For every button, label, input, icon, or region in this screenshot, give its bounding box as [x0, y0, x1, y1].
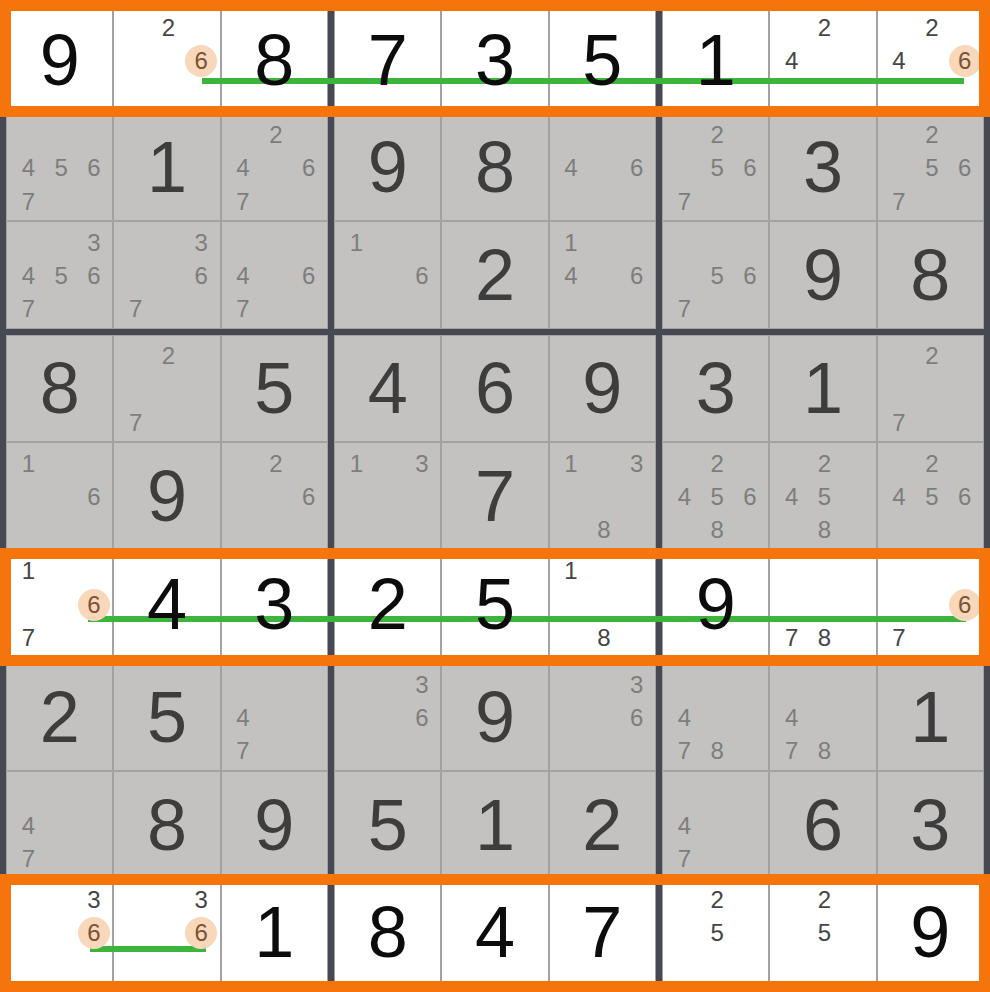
candidate-7: 7 [119, 406, 152, 439]
candidate-empty [45, 514, 78, 547]
candidate-empty [152, 226, 185, 259]
cell-r7c9[interactable]: 1 [877, 663, 984, 771]
candidate-empty [373, 292, 406, 325]
pencil-marks: 24 [775, 11, 873, 111]
cell-r8c4[interactable]: 5 [334, 771, 441, 879]
candidate-empty [12, 514, 45, 547]
candidate-empty [373, 226, 406, 259]
pencil-marks: 478 [668, 668, 766, 768]
pencil-marks: 25 [668, 883, 766, 983]
candidate-empty [259, 185, 292, 218]
cell-r2c7[interactable]: 2567 [662, 114, 769, 222]
candidate-7: 7 [119, 292, 152, 325]
pencil-marks: 67 [883, 555, 981, 655]
candidate-empty [45, 555, 78, 588]
candidate-empty [620, 226, 653, 259]
candidate-empty [587, 226, 620, 259]
cell-r8c6[interactable]: 2 [549, 771, 656, 879]
cell-r2c1[interactable]: 4567 [6, 114, 113, 222]
candidate-3: 3 [78, 883, 111, 916]
candidate-empty [620, 555, 653, 588]
candidate-7: 7 [668, 185, 701, 218]
candidate-empty [406, 226, 439, 259]
candidate-4: 4 [668, 480, 701, 513]
candidate-empty [915, 373, 948, 406]
candidate-empty [185, 340, 218, 373]
candidate-empty [701, 702, 734, 735]
solved-digit: 5 [550, 7, 655, 113]
cell-r7c7[interactable]: 478 [662, 663, 769, 771]
candidate-6: 6 [948, 480, 981, 513]
candidate-6: 6 [292, 480, 325, 513]
cell-r5c1[interactable]: 16 [6, 442, 113, 550]
candidate-empty [78, 809, 111, 842]
candidate-8: 8 [587, 514, 620, 547]
candidate-empty [808, 77, 841, 110]
candidate-1: 1 [555, 226, 588, 259]
candidate-7: 7 [668, 842, 701, 875]
cell-r1c6[interactable]: 5 [549, 6, 656, 114]
candidate-empty [587, 259, 620, 292]
candidate-3: 3 [78, 226, 111, 259]
candidate-empty [734, 809, 767, 842]
candidate-7: 7 [227, 292, 260, 325]
pencil-marks: 467 [227, 226, 325, 326]
solved-digit: 2 [442, 222, 547, 328]
candidate-8: 8 [701, 735, 734, 768]
cell-r8c2[interactable]: 8 [113, 771, 220, 879]
cell-r5c8[interactable]: 2458 [769, 442, 876, 550]
cell-r7c2[interactable]: 5 [113, 663, 220, 771]
candidate-empty [45, 292, 78, 325]
candidate-empty [808, 950, 841, 983]
candidate-4: 4 [775, 702, 808, 735]
cell-r2c6[interactable]: 46 [549, 114, 656, 222]
cell-r4c3[interactable]: 5 [221, 335, 328, 443]
cell-r5c7[interactable]: 24568 [662, 442, 769, 550]
candidate-2: 2 [259, 447, 292, 480]
pencil-marks: 18 [555, 555, 653, 655]
solved-digit: 9 [770, 222, 875, 328]
candidate-5: 5 [915, 480, 948, 513]
candidate-6: 6 [620, 152, 653, 185]
cell-r3c9[interactable]: 8 [877, 221, 984, 329]
candidate-5: 5 [808, 480, 841, 513]
candidate-7: 7 [227, 185, 260, 218]
cell-r4c2[interactable]: 27 [113, 335, 220, 443]
candidate-empty [340, 292, 373, 325]
candidate-empty [292, 185, 325, 218]
cell-r8c1[interactable]: 47 [6, 771, 113, 879]
candidate-empty [587, 152, 620, 185]
candidate-empty [555, 668, 588, 701]
cell-r9c7[interactable]: 25 [662, 878, 769, 986]
cell-r4c5[interactable]: 6 [441, 335, 548, 443]
candidate-empty [841, 11, 874, 44]
cell-r1c1[interactable]: 9 [6, 6, 113, 114]
candidate-empty [45, 776, 78, 809]
candidate-4: 4 [227, 152, 260, 185]
candidate-7: 7 [668, 292, 701, 325]
candidate-empty [227, 447, 260, 480]
candidate-8: 8 [808, 514, 841, 547]
candidate-empty [152, 77, 185, 110]
candidate-empty [915, 406, 948, 439]
candidate-empty [701, 185, 734, 218]
candidate-empty [808, 555, 841, 588]
pencil-marks: 26 [119, 11, 217, 111]
candidate-empty [587, 447, 620, 480]
pencil-marks: 47 [668, 776, 766, 876]
cell-r2c2[interactable]: 1 [113, 114, 220, 222]
candidate-empty [587, 555, 620, 588]
candidate-empty [373, 514, 406, 547]
candidate-5: 5 [915, 152, 948, 185]
candidate-empty [734, 842, 767, 875]
candidate-5: 5 [701, 917, 734, 950]
cell-r6c8[interactable]: 78 [769, 550, 876, 658]
candidate-empty [620, 292, 653, 325]
candidate-1: 1 [340, 447, 373, 480]
candidate-empty [119, 340, 152, 373]
pencil-marks: 138 [555, 447, 653, 547]
candidate-4: 4 [12, 259, 45, 292]
cell-r2c3[interactable]: 2467 [221, 114, 328, 222]
candidate-empty [734, 668, 767, 701]
cell-r8c9[interactable]: 3 [877, 771, 984, 879]
cell-r1c5[interactable]: 3 [441, 6, 548, 114]
pencil-marks: 27 [883, 340, 981, 440]
candidate-empty [259, 480, 292, 513]
cell-r6c3[interactable]: 3 [221, 550, 328, 658]
candidate-empty [734, 776, 767, 809]
candidate-7: 7 [883, 406, 916, 439]
cell-r6c7[interactable]: 9 [662, 550, 769, 658]
solved-digit: 1 [878, 664, 983, 770]
candidate-empty [78, 555, 111, 588]
candidate-empty [152, 883, 185, 916]
candidate-empty [152, 259, 185, 292]
cell-r4c1[interactable]: 8 [6, 335, 113, 443]
candidate-4: 4 [227, 259, 260, 292]
solved-digit: 9 [550, 336, 655, 442]
candidate-empty [45, 950, 78, 983]
solved-digit: 2 [7, 664, 112, 770]
candidate-empty [841, 735, 874, 768]
candidate-empty [340, 735, 373, 768]
candidate-3: 3 [406, 447, 439, 480]
candidate-empty [587, 480, 620, 513]
pencil-marks: 46 [555, 119, 653, 219]
candidate-empty [406, 735, 439, 768]
cell-r9c2[interactable]: 36 [113, 878, 220, 986]
candidate-empty [292, 702, 325, 735]
cell-r4c4[interactable]: 4 [334, 335, 441, 443]
candidate-empty [883, 588, 916, 621]
candidate-empty [701, 809, 734, 842]
candidate-4: 4 [555, 259, 588, 292]
candidate-empty [340, 480, 373, 513]
pencil-marks: 167 [12, 555, 110, 655]
cell-r7c1[interactable]: 2 [6, 663, 113, 771]
candidate-5: 5 [701, 259, 734, 292]
candidate-empty [668, 668, 701, 701]
solved-digit: 2 [335, 551, 440, 657]
pencil-marks: 13 [340, 447, 438, 547]
cell-r1c9[interactable]: 246 [877, 6, 984, 114]
candidate-empty [668, 883, 701, 916]
candidate-empty [587, 185, 620, 218]
pencil-marks: 78 [775, 555, 873, 655]
candidate-empty [292, 735, 325, 768]
cell-r3c4[interactable]: 16 [334, 221, 441, 329]
candidate-empty [808, 668, 841, 701]
candidate-empty [587, 292, 620, 325]
box-6: 3127245682458245697867 [662, 335, 984, 658]
candidate-empty [152, 292, 185, 325]
candidate-empty [841, 555, 874, 588]
pencil-marks: 36 [555, 668, 653, 768]
solved-digit: 7 [442, 443, 547, 549]
solved-digit: 1 [114, 115, 219, 221]
cell-r5c5[interactable]: 7 [441, 442, 548, 550]
cell-r9c8[interactable]: 25 [769, 878, 876, 986]
candidate-empty [185, 77, 218, 110]
candidate-4: 4 [12, 809, 45, 842]
cell-r4c9[interactable]: 27 [877, 335, 984, 443]
candidate-empty [948, 406, 981, 439]
pencil-marks: 27 [119, 340, 217, 440]
candidate-empty [620, 588, 653, 621]
candidate-empty [373, 447, 406, 480]
pencil-marks: 2456 [883, 447, 981, 547]
candidate-6: 6 [734, 152, 767, 185]
cell-r9c6[interactable]: 7 [549, 878, 656, 986]
candidate-empty [78, 447, 111, 480]
candidate-empty [620, 621, 653, 654]
candidate-empty [775, 668, 808, 701]
solved-digit: 6 [442, 336, 547, 442]
cell-r8c3[interactable]: 9 [221, 771, 328, 879]
cell-r2c5[interactable]: 8 [441, 114, 548, 222]
cell-r2c9[interactable]: 2567 [877, 114, 984, 222]
candidate-empty [668, 119, 701, 152]
pencil-marks: 367 [119, 226, 217, 326]
cell-r3c5[interactable]: 2 [441, 221, 548, 329]
cell-r8c8[interactable]: 6 [769, 771, 876, 879]
candidate-empty [152, 406, 185, 439]
candidate-3: 3 [185, 883, 218, 916]
candidate-6-circled: 6 [949, 45, 981, 77]
solved-digit: 8 [335, 879, 440, 985]
cell-r7c4[interactable]: 36 [334, 663, 441, 771]
candidate-empty [883, 555, 916, 588]
candidate-empty [915, 621, 948, 654]
pencil-marks: 47 [12, 776, 110, 876]
candidate-empty [259, 514, 292, 547]
cell-r1c4[interactable]: 7 [334, 6, 441, 114]
pencil-marks: 25 [775, 883, 873, 983]
cell-r8c7[interactable]: 47 [662, 771, 769, 879]
box-9: 4784781476325259 [662, 663, 984, 986]
candidate-empty [185, 373, 218, 406]
cell-r2c4[interactable]: 9 [334, 114, 441, 222]
cell-r5c3[interactable]: 26 [221, 442, 328, 550]
cell-r9c5[interactable]: 4 [441, 878, 548, 986]
candidate-empty [152, 917, 185, 950]
candidate-empty [259, 292, 292, 325]
candidate-empty [775, 950, 808, 983]
candidate-empty [292, 292, 325, 325]
candidate-6: 6 [734, 480, 767, 513]
box-1: 926845671246734567367467 [6, 6, 328, 329]
cell-r7c5[interactable]: 9 [441, 663, 548, 771]
candidate-3: 3 [620, 668, 653, 701]
candidate-empty [948, 621, 981, 654]
candidate-4: 4 [775, 480, 808, 513]
candidate-empty [620, 514, 653, 547]
cell-r1c7[interactable]: 1 [662, 6, 769, 114]
cell-r6c5[interactable]: 5 [441, 550, 548, 658]
candidate-empty [734, 292, 767, 325]
cell-r1c2[interactable]: 26 [113, 6, 220, 114]
candidate-empty [119, 226, 152, 259]
cell-r7c6[interactable]: 36 [549, 663, 656, 771]
candidate-empty [841, 514, 874, 547]
cell-r9c9[interactable]: 9 [877, 878, 984, 986]
candidate-6-circled: 6 [185, 45, 217, 77]
cell-r5c9[interactable]: 2456 [877, 442, 984, 550]
candidate-6: 6 [620, 259, 653, 292]
cell-r5c2[interactable]: 9 [113, 442, 220, 550]
candidate-empty [668, 776, 701, 809]
candidate-empty [948, 555, 981, 588]
candidate-empty [78, 514, 111, 547]
candidate-1: 1 [12, 555, 45, 588]
candidate-empty [948, 340, 981, 373]
candidate-empty [915, 555, 948, 588]
candidate-empty [555, 514, 588, 547]
candidate-7: 7 [12, 292, 45, 325]
cell-r1c3[interactable]: 8 [221, 6, 328, 114]
cell-r9c1[interactable]: 36 [6, 878, 113, 986]
candidate-empty [587, 668, 620, 701]
solved-digit: 3 [442, 7, 547, 113]
cell-r7c8[interactable]: 478 [769, 663, 876, 771]
candidate-empty [620, 735, 653, 768]
candidate-empty [373, 480, 406, 513]
cell-r9c3[interactable]: 1 [221, 878, 328, 986]
candidate-6-circled: 6 [185, 917, 217, 949]
cell-r8c5[interactable]: 1 [441, 771, 548, 879]
solved-digit: 8 [7, 336, 112, 442]
candidate-empty [78, 776, 111, 809]
cell-r9c4[interactable]: 8 [334, 878, 441, 986]
cell-r6c6[interactable]: 18 [549, 550, 656, 658]
candidate-2: 2 [701, 883, 734, 916]
cell-r3c1[interactable]: 34567 [6, 221, 113, 329]
candidate-4: 4 [12, 152, 45, 185]
cell-r2c8[interactable]: 3 [769, 114, 876, 222]
candidate-6-circled: 6 [78, 589, 110, 621]
cell-r6c9[interactable]: 67 [877, 550, 984, 658]
cell-r4c7[interactable]: 3 [662, 335, 769, 443]
candidate-empty [883, 340, 916, 373]
cell-r5c6[interactable]: 138 [549, 442, 656, 550]
candidate-empty [259, 226, 292, 259]
solved-digit: 4 [335, 336, 440, 442]
candidate-empty [734, 883, 767, 916]
cell-r6c1[interactable]: 167 [6, 550, 113, 658]
candidate-2: 2 [152, 11, 185, 44]
pencil-marks: 246 [883, 11, 981, 111]
candidate-empty [775, 514, 808, 547]
candidate-8: 8 [701, 514, 734, 547]
candidate-empty [915, 77, 948, 110]
cell-r3c8[interactable]: 9 [769, 221, 876, 329]
cell-r3c6[interactable]: 146 [549, 221, 656, 329]
candidate-6: 6 [78, 480, 111, 513]
pencil-marks: 36 [119, 883, 217, 983]
candidate-empty [734, 119, 767, 152]
candidate-empty [775, 555, 808, 588]
candidate-empty [373, 259, 406, 292]
candidate-empty [587, 702, 620, 735]
candidate-empty [119, 11, 152, 44]
sudoku-board: 9268456712467345673674677359846162146124… [0, 0, 990, 992]
cell-r4c8[interactable]: 1 [769, 335, 876, 443]
cell-r4c6[interactable]: 9 [549, 335, 656, 443]
candidate-1: 1 [12, 447, 45, 480]
candidate-empty [883, 152, 916, 185]
cell-r7c3[interactable]: 47 [221, 663, 328, 771]
candidate-empty [841, 44, 874, 77]
pencil-marks: 36 [340, 668, 438, 768]
candidate-empty [12, 119, 45, 152]
candidate-empty [808, 588, 841, 621]
candidate-empty [883, 11, 916, 44]
cell-r3c7[interactable]: 567 [662, 221, 769, 329]
candidate-empty [915, 588, 948, 621]
cell-r3c2[interactable]: 367 [113, 221, 220, 329]
candidate-empty [915, 44, 948, 77]
candidate-empty [948, 373, 981, 406]
candidate-empty [948, 185, 981, 218]
cell-r6c2[interactable]: 4 [113, 550, 220, 658]
candidate-empty [152, 373, 185, 406]
candidate-empty [340, 514, 373, 547]
cell-r5c4[interactable]: 13 [334, 442, 441, 550]
solved-digit: 3 [222, 551, 327, 657]
candidate-empty [555, 735, 588, 768]
cell-r1c8[interactable]: 24 [769, 6, 876, 114]
candidate-empty [775, 11, 808, 44]
candidate-7: 7 [12, 185, 45, 218]
cell-r6c4[interactable]: 2 [334, 550, 441, 658]
solved-digit: 3 [878, 772, 983, 878]
candidate-empty [185, 406, 218, 439]
candidate-empty [555, 702, 588, 735]
candidate-6: 6 [78, 259, 111, 292]
pencil-marks: 478 [775, 668, 873, 768]
cell-r3c3[interactable]: 467 [221, 221, 328, 329]
pencil-marks: 2567 [668, 119, 766, 219]
candidate-4: 4 [883, 480, 916, 513]
candidate-empty [259, 735, 292, 768]
candidate-empty [808, 702, 841, 735]
pencil-marks: 47 [227, 668, 325, 768]
candidate-empty [78, 621, 111, 654]
